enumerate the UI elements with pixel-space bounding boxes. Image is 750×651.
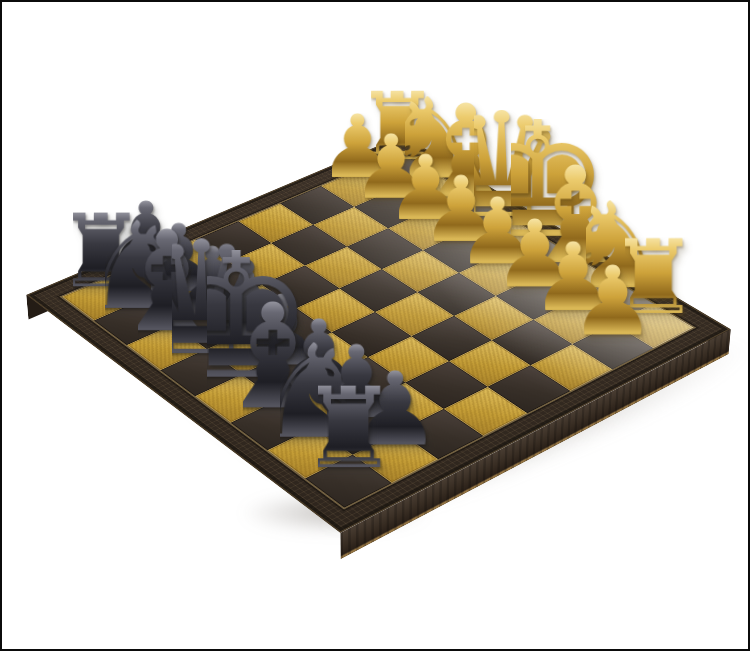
square-f8 (231, 400, 315, 450)
square-f4 (411, 316, 491, 361)
square-h2 (572, 324, 653, 370)
square-h4 (488, 365, 571, 413)
square-e8 (195, 374, 277, 422)
square-d8 (160, 349, 241, 396)
board-squares (62, 152, 693, 507)
square-h8 (305, 455, 391, 508)
square-d7 (207, 328, 287, 374)
board: ♜♞♝♛♚♝♞♜♟♟♟♟♟♟♟♟♟♟♟♟♟♟♟♟♜♞♝♛♚♝♞♜ (26, 136, 730, 534)
square-g3 (492, 320, 573, 366)
perspective-scene: ♜♞♝♛♚♝♞♜♟♟♟♟♟♟♟♟♟♟♟♟♟♟♟♟♜♞♝♛♚♝♞♜ (0, 0, 750, 651)
square-h7 (353, 431, 438, 483)
square-f5 (368, 336, 449, 382)
square-f6 (323, 357, 405, 404)
square-h6 (399, 409, 484, 459)
board-rim (26, 136, 730, 534)
square-h5 (444, 387, 528, 436)
square-g6 (360, 383, 443, 432)
square-e5 (332, 312, 412, 357)
square-g7 (315, 405, 399, 455)
square-f7 (278, 378, 361, 427)
square-g5 (405, 361, 487, 409)
square-g4 (449, 340, 530, 387)
square-e6 (287, 332, 368, 378)
square-e7 (242, 353, 324, 400)
square-g8 (268, 427, 353, 478)
square-c8 (127, 324, 207, 370)
square-d6 (252, 308, 332, 353)
scene: { "game": "chess", "scene": { "type": "p… (0, 0, 750, 651)
square-h3 (530, 344, 612, 391)
